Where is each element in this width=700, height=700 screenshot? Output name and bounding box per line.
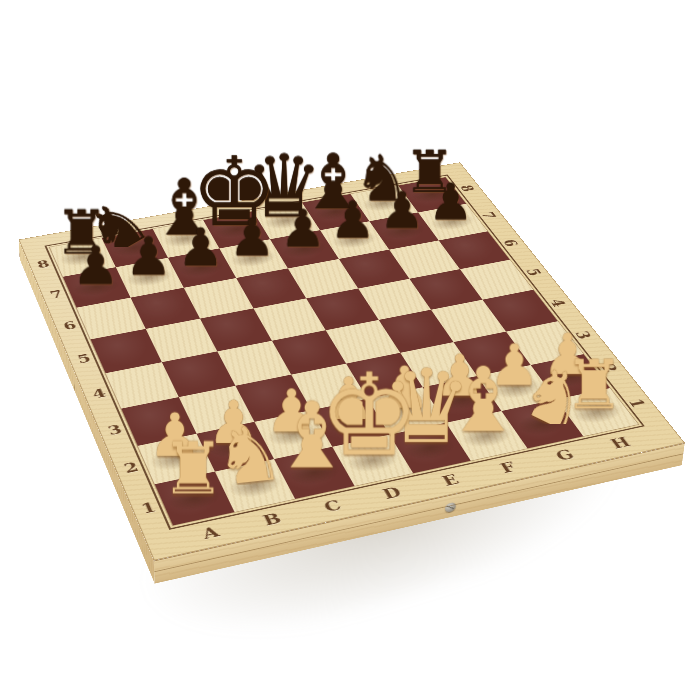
- rank-label-right-6: 6: [501, 238, 521, 247]
- rank-label-left-2: 2: [122, 460, 141, 475]
- rank-label-left-1: 1: [139, 500, 158, 516]
- board-perspective-wrap: 87654321 87654321 ABCDEFGH ♜♞♝♚♛♝♞♜♟♟♟♟♟…: [72, 72, 585, 596]
- photo-stage: 87654321 87654321 ABCDEFGH ♜♞♝♚♛♝♞♜♟♟♟♟♟…: [0, 0, 700, 700]
- hinge-screw-icon: [444, 501, 455, 512]
- file-label-h: H: [607, 435, 633, 450]
- file-label-f: F: [497, 460, 518, 475]
- file-label-b: B: [260, 511, 283, 528]
- rank-label-left-7: 7: [48, 288, 64, 300]
- rank-label-left-4: 4: [90, 387, 107, 401]
- rank-label-left-8: 8: [35, 259, 51, 270]
- file-label-g: G: [553, 447, 577, 462]
- file-label-c: C: [321, 498, 343, 514]
- rank-label-right-4: 4: [547, 298, 568, 308]
- rank-label-left-6: 6: [62, 320, 79, 332]
- file-label-a: A: [200, 524, 221, 541]
- rank-label-left-3: 3: [106, 423, 124, 437]
- file-label-d: D: [380, 485, 404, 501]
- rank-label-right-7: 7: [479, 211, 499, 220]
- file-label-e: E: [439, 472, 461, 487]
- rank-label-right-8: 8: [458, 184, 477, 192]
- rank-label-right-5: 5: [523, 267, 544, 277]
- rank-label-left-5: 5: [76, 352, 93, 365]
